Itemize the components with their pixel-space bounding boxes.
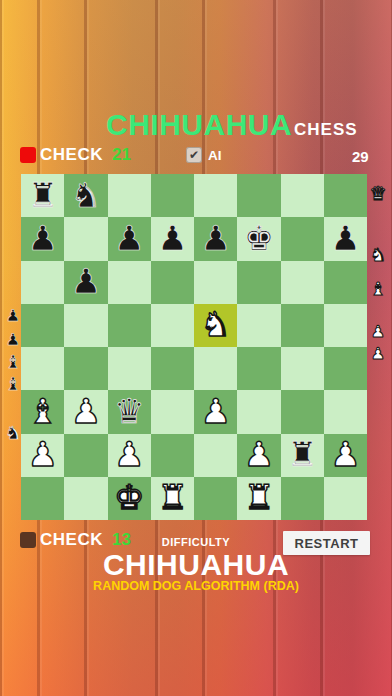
black-pawn-piece: ♟ xyxy=(200,221,230,255)
captured-black-pawn: ♟ xyxy=(1,308,25,324)
square-d8[interactable] xyxy=(151,174,194,217)
square-b6[interactable]: ♟ xyxy=(64,261,107,304)
square-g2[interactable]: ♜ xyxy=(281,434,324,477)
square-c4[interactable] xyxy=(108,347,151,390)
square-b4[interactable] xyxy=(64,347,107,390)
square-g8[interactable] xyxy=(281,174,324,217)
square-f8[interactable] xyxy=(237,174,280,217)
white-knight-piece: ♞ xyxy=(200,307,230,341)
square-c3[interactable]: ♛ xyxy=(108,390,151,433)
square-f2[interactable]: ♟ xyxy=(237,434,280,477)
square-b5[interactable] xyxy=(64,304,107,347)
app-subtitle: CHESS xyxy=(294,121,358,138)
white-king-piece: ♚ xyxy=(114,480,144,514)
square-h1[interactable] xyxy=(324,477,367,520)
square-f7[interactable]: ♚ xyxy=(237,217,280,260)
black-queen-piece: ♛ xyxy=(114,394,144,428)
square-h6[interactable] xyxy=(324,261,367,304)
black-king-piece: ♚ xyxy=(244,221,274,255)
square-f5[interactable] xyxy=(237,304,280,347)
captured-black-pawn: ♟ xyxy=(1,332,25,348)
captured-white-pawn: ♟ xyxy=(366,324,390,340)
algorithm-label: RANDOM DOG ALGORITHM (RDA) xyxy=(0,580,392,593)
square-e3[interactable]: ♟ xyxy=(194,390,237,433)
white-rook-piece: ♜ xyxy=(157,480,187,514)
square-b8[interactable]: ♞ xyxy=(64,174,107,217)
square-b3[interactable]: ♟ xyxy=(64,390,107,433)
black-pawn-piece: ♟ xyxy=(71,264,101,298)
square-e6[interactable] xyxy=(194,261,237,304)
black-knight-piece: ♞ xyxy=(71,178,101,212)
captured-white-queen: ♛ xyxy=(366,184,390,203)
captured-white-knight: ♞ xyxy=(366,246,390,264)
square-f1[interactable]: ♜ xyxy=(237,477,280,520)
square-h4[interactable] xyxy=(324,347,367,390)
black-rook-piece: ♜ xyxy=(287,437,317,471)
square-c2[interactable]: ♟ xyxy=(108,434,151,477)
square-d4[interactable] xyxy=(151,347,194,390)
white-pawn-piece: ♟ xyxy=(330,437,360,471)
square-b1[interactable] xyxy=(64,477,107,520)
square-a3[interactable]: ♝ xyxy=(21,390,64,433)
square-d2[interactable] xyxy=(151,434,194,477)
square-b7[interactable] xyxy=(64,217,107,260)
black-pawn-piece: ♟ xyxy=(330,221,360,255)
square-e5[interactable]: ♞ xyxy=(194,304,237,347)
ai-label: AI xyxy=(208,149,222,163)
white-pawn-piece: ♟ xyxy=(71,394,101,428)
square-c6[interactable] xyxy=(108,261,151,304)
square-a5[interactable] xyxy=(21,304,64,347)
restart-button-label: RESTART xyxy=(295,537,359,550)
square-d7[interactable]: ♟ xyxy=(151,217,194,260)
square-a4[interactable] xyxy=(21,347,64,390)
square-c8[interactable] xyxy=(108,174,151,217)
white-pawn-piece: ♟ xyxy=(200,394,230,428)
square-h2[interactable]: ♟ xyxy=(324,434,367,477)
chess-board[interactable]: ♜♞♟♟♟♟♚♟♟♞♝♟♛♟♟♟♟♜♟♚♜♜ xyxy=(21,174,367,520)
square-a2[interactable]: ♟ xyxy=(21,434,64,477)
square-c5[interactable] xyxy=(108,304,151,347)
captured-white-bishop: ♝ xyxy=(366,280,390,298)
square-g1[interactable] xyxy=(281,477,324,520)
white-pawn-piece: ♟ xyxy=(27,437,57,471)
square-f3[interactable] xyxy=(237,390,280,433)
black-pawn-piece: ♟ xyxy=(157,221,187,255)
black-pawn-piece: ♟ xyxy=(27,221,57,255)
app-title: CHIHUAHUA xyxy=(106,110,292,140)
black-pawn-piece: ♟ xyxy=(114,221,144,255)
square-a1[interactable] xyxy=(21,477,64,520)
square-d3[interactable] xyxy=(151,390,194,433)
square-g4[interactable] xyxy=(281,347,324,390)
white-pawn-piece: ♟ xyxy=(114,437,144,471)
square-c7[interactable]: ♟ xyxy=(108,217,151,260)
square-h8[interactable] xyxy=(324,174,367,217)
square-g3[interactable] xyxy=(281,390,324,433)
square-a7[interactable]: ♟ xyxy=(21,217,64,260)
white-pawn-piece: ♟ xyxy=(244,437,274,471)
white-bishop-piece: ♝ xyxy=(27,394,57,428)
square-c1[interactable]: ♚ xyxy=(108,477,151,520)
square-e2[interactable] xyxy=(194,434,237,477)
square-e8[interactable] xyxy=(194,174,237,217)
square-d1[interactable]: ♜ xyxy=(151,477,194,520)
black-check-label: CHECK xyxy=(40,146,103,163)
difficulty-value: CHIHUAHUA xyxy=(0,550,392,580)
square-g7[interactable] xyxy=(281,217,324,260)
square-h7[interactable]: ♟ xyxy=(324,217,367,260)
captured-black-bishop: ♝ xyxy=(1,353,25,371)
white-rook-piece: ♜ xyxy=(244,480,274,514)
square-e4[interactable] xyxy=(194,347,237,390)
square-b2[interactable] xyxy=(64,434,107,477)
square-g5[interactable] xyxy=(281,304,324,347)
square-g6[interactable] xyxy=(281,261,324,304)
square-d5[interactable] xyxy=(151,304,194,347)
ai-checkbox[interactable]: ✔ xyxy=(186,147,202,163)
black-check-count: 21 xyxy=(112,146,131,163)
square-h3[interactable] xyxy=(324,390,367,433)
square-f6[interactable] xyxy=(237,261,280,304)
square-e7[interactable]: ♟ xyxy=(194,217,237,260)
square-a6[interactable] xyxy=(21,261,64,304)
square-e1[interactable] xyxy=(194,477,237,520)
black-rook-piece: ♜ xyxy=(27,178,57,212)
square-d6[interactable] xyxy=(151,261,194,304)
captured-black-bishop: ♝ xyxy=(1,375,25,393)
captured-white-pawn: ♟ xyxy=(366,346,390,362)
captured-black-knight: ♞ xyxy=(1,424,25,442)
square-h5[interactable] xyxy=(324,304,367,347)
square-a8[interactable]: ♜ xyxy=(21,174,64,217)
checkmark-icon: ✔ xyxy=(189,149,199,161)
square-f4[interactable] xyxy=(237,347,280,390)
